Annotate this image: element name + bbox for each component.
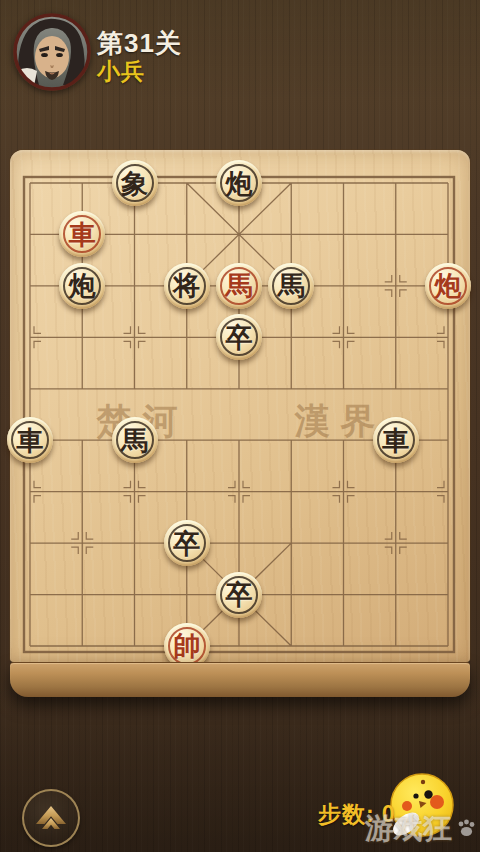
piece-glyph: 馬: [226, 272, 253, 299]
piece-glyph: 炮: [226, 170, 253, 197]
piece-glyph: 帥: [173, 632, 200, 659]
board-bevel: [10, 662, 470, 697]
piece-black-elephant[interactable]: 象: [112, 160, 158, 206]
piece-glyph: 炮: [435, 272, 462, 299]
watermark-text: 游戏狂: [365, 809, 452, 849]
piece-glyph: 卒: [226, 324, 253, 351]
piece-glyph: 炮: [69, 272, 96, 299]
piece-black-chariot[interactable]: 車: [373, 417, 419, 463]
piece-red-horse[interactable]: 馬: [216, 263, 262, 309]
piece-black-cannon[interactable]: 炮: [59, 263, 105, 309]
app-screen: 第31关 小兵 楚河 漢界 象炮車炮将馬馬炮卒車馬車卒卒帥 步数:0: [0, 0, 480, 852]
piece-glyph: 象: [121, 170, 148, 197]
piece-glyph: 車: [69, 221, 96, 248]
piece-black-horse[interactable]: 馬: [268, 263, 314, 309]
watermark: 游戏狂: [365, 809, 478, 849]
avatar-portrait: [13, 13, 91, 91]
piece-black-chariot[interactable]: 車: [7, 417, 53, 463]
level-subtitle: 小兵: [97, 56, 145, 87]
piece-glyph: 将: [173, 272, 200, 299]
piece-black-soldier[interactable]: 卒: [216, 314, 262, 360]
piece-glyph: 車: [382, 427, 409, 454]
piece-black-horse[interactable]: 馬: [112, 417, 158, 463]
piece-red-cannon[interactable]: 炮: [425, 263, 471, 309]
piece-glyph: 馬: [278, 272, 305, 299]
piece-glyph: 卒: [173, 530, 200, 557]
piece-glyph: 馬: [121, 427, 148, 454]
header: 第31关 小兵: [0, 0, 480, 110]
piece-glyph: 卒: [226, 581, 253, 608]
avatar[interactable]: [13, 13, 91, 91]
double-chevron-up-icon: [24, 791, 78, 845]
paw-icon: [454, 817, 478, 841]
piece-black-soldier[interactable]: 卒: [216, 572, 262, 618]
piece-glyph: 車: [17, 427, 44, 454]
xiangqi-board: 楚河 漢界 象炮車炮将馬馬炮卒車馬車卒卒帥: [10, 150, 470, 697]
scroll-up-button[interactable]: [22, 789, 80, 847]
piece-black-cannon[interactable]: 炮: [216, 160, 262, 206]
piece-black-general[interactable]: 将: [164, 263, 210, 309]
board-surface[interactable]: 楚河 漢界 象炮車炮将馬馬炮卒車馬車卒卒帥: [10, 150, 470, 662]
piece-black-soldier[interactable]: 卒: [164, 520, 210, 566]
